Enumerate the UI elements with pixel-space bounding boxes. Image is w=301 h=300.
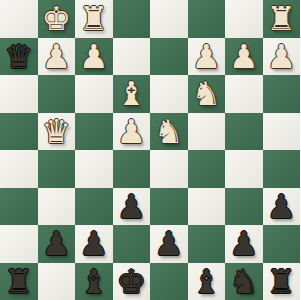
piece-black-bishop: ♝ [79,265,109,298]
square-a4[interactable] [263,113,301,151]
piece-white-knight: ♞ [191,77,221,110]
square-c8[interactable]: ♝ [188,263,226,300]
piece-black-pawn: ♟ [116,190,146,223]
square-g4[interactable]: ♛ [38,113,76,151]
square-f1[interactable]: ♜ [75,0,113,38]
piece-white-rook: ♜ [266,2,296,35]
square-g8[interactable] [38,263,76,300]
square-h5[interactable] [0,150,38,188]
square-a7[interactable] [263,225,301,263]
square-e8[interactable]: ♚ [113,263,151,300]
square-h7[interactable] [0,225,38,263]
piece-white-pawn: ♟ [116,115,146,148]
square-h1[interactable] [0,0,38,38]
square-h3[interactable] [0,75,38,113]
square-c2[interactable]: ♟ [188,38,226,76]
square-d7[interactable]: ♟ [150,225,188,263]
piece-white-pawn: ♟ [41,40,71,73]
square-h6[interactable] [0,188,38,226]
piece-white-king: ♚ [41,2,71,35]
piece-black-bishop: ♝ [191,265,221,298]
square-a6[interactable]: ♟ [263,188,301,226]
square-c1[interactable] [188,0,226,38]
piece-white-queen: ♛ [41,115,71,148]
square-c7[interactable] [188,225,226,263]
piece-black-queen: ♛ [4,40,34,73]
square-c5[interactable] [188,150,226,188]
square-g7[interactable]: ♟ [38,225,76,263]
square-g6[interactable] [38,188,76,226]
piece-white-bishop: ♝ [116,77,146,110]
square-d3[interactable] [150,75,188,113]
square-b2[interactable]: ♟ [225,38,263,76]
square-b3[interactable] [225,75,263,113]
piece-white-rook: ♜ [79,2,109,35]
square-f3[interactable] [75,75,113,113]
square-f7[interactable]: ♟ [75,225,113,263]
piece-black-pawn: ♟ [154,227,184,260]
square-d4[interactable]: ♞ [150,113,188,151]
square-g3[interactable] [38,75,76,113]
piece-black-pawn: ♟ [229,227,259,260]
square-a2[interactable]: ♟ [263,38,301,76]
square-b5[interactable] [225,150,263,188]
square-g2[interactable]: ♟ [38,38,76,76]
square-h8[interactable]: ♜ [0,263,38,300]
square-e6[interactable]: ♟ [113,188,151,226]
square-c6[interactable] [188,188,226,226]
piece-black-pawn: ♟ [266,190,296,223]
piece-black-pawn: ♟ [41,227,71,260]
square-f2[interactable]: ♟ [75,38,113,76]
piece-black-rook: ♜ [266,265,296,298]
square-e1[interactable] [113,0,151,38]
piece-black-knight: ♞ [229,265,259,298]
square-b8[interactable]: ♞ [225,263,263,300]
square-c3[interactable]: ♞ [188,75,226,113]
square-d2[interactable] [150,38,188,76]
square-e3[interactable]: ♝ [113,75,151,113]
square-b4[interactable] [225,113,263,151]
square-d8[interactable] [150,263,188,300]
square-f5[interactable] [75,150,113,188]
square-a1[interactable]: ♜ [263,0,301,38]
square-g1[interactable]: ♚ [38,0,76,38]
square-h2[interactable]: ♛ [0,38,38,76]
square-g5[interactable] [38,150,76,188]
square-f4[interactable] [75,113,113,151]
piece-white-pawn: ♟ [229,40,259,73]
chess-board: ♚♜♜♛♟♟♟♟♟♝♞♛♟♞♟♟♟♟♟♟♜♝♚♝♞♜ [0,0,300,300]
square-f8[interactable]: ♝ [75,263,113,300]
square-e4[interactable]: ♟ [113,113,151,151]
square-b7[interactable]: ♟ [225,225,263,263]
square-b1[interactable] [225,0,263,38]
square-a5[interactable] [263,150,301,188]
square-c4[interactable] [188,113,226,151]
piece-black-king: ♚ [116,265,146,298]
square-a3[interactable] [263,75,301,113]
piece-black-pawn: ♟ [79,227,109,260]
piece-white-pawn: ♟ [79,40,109,73]
square-d5[interactable] [150,150,188,188]
piece-black-rook: ♜ [4,265,34,298]
square-e2[interactable] [113,38,151,76]
piece-white-pawn: ♟ [191,40,221,73]
square-h4[interactable] [0,113,38,151]
square-d1[interactable] [150,0,188,38]
piece-white-knight: ♞ [154,115,184,148]
square-f6[interactable] [75,188,113,226]
square-e5[interactable] [113,150,151,188]
square-b6[interactable] [225,188,263,226]
square-a8[interactable]: ♜ [263,263,301,300]
square-e7[interactable] [113,225,151,263]
piece-white-pawn: ♟ [266,40,296,73]
square-d6[interactable] [150,188,188,226]
